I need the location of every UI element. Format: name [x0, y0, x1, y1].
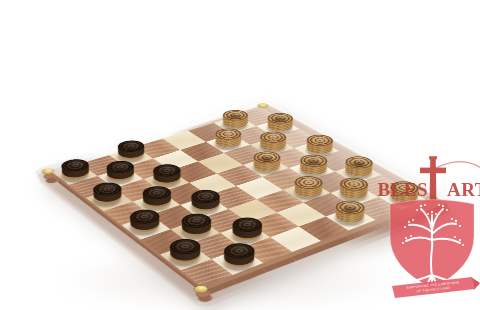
light-piece [329, 208, 370, 228]
dark-piece [58, 166, 95, 183]
board-square [86, 188, 133, 211]
dark-piece [218, 250, 261, 272]
checkers-board [31, 100, 450, 301]
brass-stud-icon [192, 284, 210, 294]
brass-stud-icon [256, 103, 270, 109]
board-grid [53, 108, 427, 287]
product-photo-stage: BLES ART [0, 0, 480, 310]
brass-stud-icon [424, 196, 440, 204]
brass-stud-icon [40, 168, 55, 175]
board-shadow-wrap [0, 0, 480, 310]
